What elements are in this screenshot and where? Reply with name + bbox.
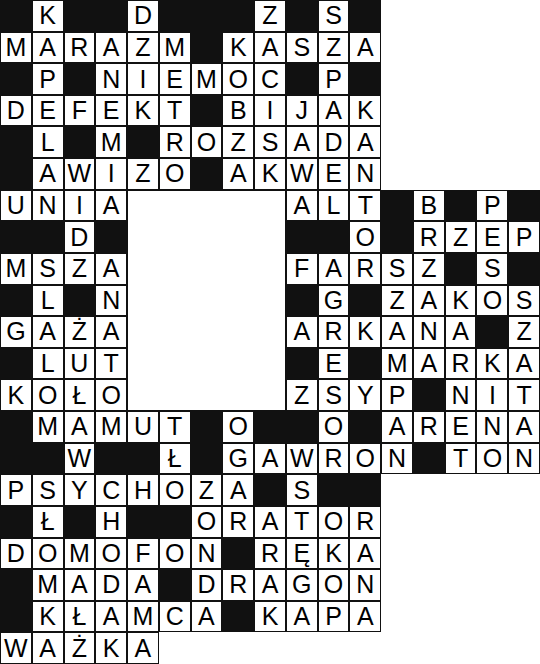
letter-cell-r15c16[interactable]: O xyxy=(476,443,508,475)
letter-cell-r18c3[interactable]: M xyxy=(64,538,96,570)
letter-cell-r7c4[interactable]: A xyxy=(95,190,127,222)
black-cell-r8c2 xyxy=(32,221,64,253)
black-cell-r14c1 xyxy=(0,411,32,443)
letter-cell-r10c17[interactable]: S xyxy=(508,285,540,317)
black-cell-r6c1 xyxy=(0,158,32,190)
crossword-board: KDZSMARAZMKASZAPNIEMOCPDEFEKTBIJAKLMROZS… xyxy=(0,0,540,664)
letter-cell-r3c5[interactable]: I xyxy=(127,63,159,95)
letter-cell-r9c14[interactable]: Z xyxy=(413,253,445,285)
black-cell-r7c17 xyxy=(508,190,540,222)
black-cell-r3c1 xyxy=(0,63,32,95)
black-cell-r3c10 xyxy=(286,63,318,95)
letter-cell-r2c1[interactable]: M xyxy=(0,32,32,64)
letter-cell-r4c2[interactable]: E xyxy=(32,95,64,127)
black-cell-r10c10 xyxy=(286,285,318,317)
letter-cell-r15c8[interactable]: G xyxy=(222,443,254,475)
letter-cell-r2c3[interactable]: R xyxy=(64,32,96,64)
letter-cell-r20c5[interactable]: M xyxy=(127,601,159,633)
letter-cell-r17c8[interactable]: R xyxy=(222,506,254,538)
letter-cell-r9c3[interactable]: Z xyxy=(64,253,96,285)
letter-cell-r13c4[interactable]: O xyxy=(95,379,127,411)
letter-cell-r4c11[interactable]: A xyxy=(318,95,350,127)
letter-cell-r7c11[interactable]: L xyxy=(318,190,350,222)
black-cell-r20c8 xyxy=(222,601,254,633)
letter-cell-r10c11[interactable]: G xyxy=(318,285,350,317)
black-cell-r9c17 xyxy=(508,253,540,285)
letter-cell-r1c2[interactable]: K xyxy=(32,0,64,32)
letter-cell-r5c11[interactable]: D xyxy=(318,126,350,158)
black-cell-r15c1 xyxy=(0,443,32,475)
letter-cell-r19c2[interactable]: M xyxy=(32,569,64,601)
letter-cell-r4c9[interactable]: I xyxy=(254,95,286,127)
letter-cell-r8c15[interactable]: Z xyxy=(445,221,477,253)
black-cell-r1c7 xyxy=(191,0,223,32)
black-cell-r3c3 xyxy=(64,63,96,95)
black-cell-r10c1 xyxy=(0,285,32,317)
black-cell-r17c1 xyxy=(0,506,32,538)
letter-cell-r12c14[interactable]: A xyxy=(413,348,445,380)
black-cell-r11c16 xyxy=(476,316,508,348)
letter-cell-r19c10[interactable]: G xyxy=(286,569,318,601)
letter-cell-r14c15[interactable]: E xyxy=(445,411,477,443)
letter-cell-r4c1[interactable]: D xyxy=(0,95,32,127)
letter-cell-r10c2[interactable]: L xyxy=(32,285,64,317)
letter-cell-r14c11[interactable]: O xyxy=(318,411,350,443)
letter-cell-r2c5[interactable]: Z xyxy=(127,32,159,64)
black-cell-r13c14 xyxy=(413,379,445,411)
letter-cell-r3c4[interactable]: N xyxy=(95,63,127,95)
letter-cell-r4c12[interactable]: K xyxy=(349,95,381,127)
letter-cell-r4c5[interactable]: K xyxy=(127,95,159,127)
letter-cell-r18c9[interactable]: R xyxy=(254,538,286,570)
letter-cell-r2c12[interactable]: A xyxy=(349,32,381,64)
letter-cell-r14c8[interactable]: O xyxy=(222,411,254,443)
black-cell-r15c4 xyxy=(95,443,127,475)
letter-cell-r14c2[interactable]: M xyxy=(32,411,64,443)
letter-cell-r7c1[interactable]: U xyxy=(0,190,32,222)
black-cell-r7c15 xyxy=(445,190,477,222)
letter-cell-r7c3[interactable]: I xyxy=(64,190,96,222)
black-cell-r1c1 xyxy=(0,0,32,32)
letter-cell-r8c14[interactable]: R xyxy=(413,221,445,253)
letter-cell-r19c12[interactable]: N xyxy=(349,569,381,601)
letter-cell-r16c3[interactable]: Y xyxy=(64,474,96,506)
black-cell-r12c12 xyxy=(349,348,381,380)
letter-cell-r13c17[interactable]: T xyxy=(508,379,540,411)
letter-cell-r5c9[interactable]: S xyxy=(254,126,286,158)
letter-cell-r15c3[interactable]: W xyxy=(64,443,96,475)
letter-cell-r17c12[interactable]: R xyxy=(349,506,381,538)
letter-cell-r14c14[interactable]: R xyxy=(413,411,445,443)
letter-cell-r11c15[interactable]: A xyxy=(445,316,477,348)
black-cell-r6c7 xyxy=(191,158,223,190)
black-cell-r15c2 xyxy=(32,443,64,475)
letter-cell-r12c16[interactable]: K xyxy=(476,348,508,380)
letter-cell-r18c11[interactable]: K xyxy=(318,538,350,570)
letter-cell-r1c9[interactable]: Z xyxy=(254,0,286,32)
letter-cell-r18c5[interactable]: F xyxy=(127,538,159,570)
letter-cell-r1c5[interactable]: D xyxy=(127,0,159,32)
letter-cell-r17c7[interactable]: O xyxy=(191,506,223,538)
letter-cell-r6c10[interactable]: W xyxy=(286,158,318,190)
letter-cell-r6c3[interactable]: W xyxy=(64,158,96,190)
black-cell-r12c10 xyxy=(286,348,318,380)
letter-cell-r11c12[interactable]: K xyxy=(349,316,381,348)
black-cell-r5c1 xyxy=(0,126,32,158)
letter-cell-r18c1[interactable]: D xyxy=(0,538,32,570)
black-cell-r1c10 xyxy=(286,0,318,32)
letter-cell-r9c10[interactable]: F xyxy=(286,253,318,285)
letter-cell-r6c5[interactable]: Z xyxy=(127,158,159,190)
letter-cell-r13c10[interactable]: Z xyxy=(286,379,318,411)
letter-cell-r19c4[interactable]: D xyxy=(95,569,127,601)
letter-cell-r5c10[interactable]: A xyxy=(286,126,318,158)
image-placeholder-hole xyxy=(127,190,286,411)
letter-cell-r18c12[interactable]: A xyxy=(349,538,381,570)
letter-cell-r4c3[interactable]: F xyxy=(64,95,96,127)
letter-cell-r11c1[interactable]: G xyxy=(0,316,32,348)
letter-cell-r16c2[interactable]: S xyxy=(32,474,64,506)
letter-cell-r8c17[interactable]: P xyxy=(508,221,540,253)
letter-cell-r19c9[interactable]: A xyxy=(254,569,286,601)
letter-cell-r11c11[interactable]: R xyxy=(318,316,350,348)
black-cell-r14c9 xyxy=(254,411,286,443)
letter-cell-r5c12[interactable]: A xyxy=(349,126,381,158)
letter-cell-r4c8[interactable]: B xyxy=(222,95,254,127)
letter-cell-r6c2[interactable]: A xyxy=(32,158,64,190)
letter-cell-r7c10[interactable]: A xyxy=(286,190,318,222)
black-cell-r15c14 xyxy=(413,443,445,475)
letter-cell-r11c10[interactable]: A xyxy=(286,316,318,348)
black-cell-r19c6 xyxy=(159,569,191,601)
black-cell-r1c6 xyxy=(159,0,191,32)
letter-cell-r5c8[interactable]: Z xyxy=(222,126,254,158)
letter-cell-r16c5[interactable]: H xyxy=(127,474,159,506)
letter-cell-r8c3[interactable]: D xyxy=(64,221,96,253)
letter-cell-r15c15[interactable]: T xyxy=(445,443,477,475)
letter-cell-r18c2[interactable]: O xyxy=(32,538,64,570)
letter-cell-r19c11[interactable]: O xyxy=(318,569,350,601)
letter-cell-r13c15[interactable]: N xyxy=(445,379,477,411)
letter-cell-r16c4[interactable]: C xyxy=(95,474,127,506)
letter-cell-r4c4[interactable]: E xyxy=(95,95,127,127)
black-cell-r4c7 xyxy=(191,95,223,127)
letter-cell-r3c9[interactable]: C xyxy=(254,63,286,95)
letter-cell-r2c4[interactable]: A xyxy=(95,32,127,64)
letter-cell-r19c8[interactable]: R xyxy=(222,569,254,601)
letter-cell-r3c2[interactable]: P xyxy=(32,63,64,95)
letter-cell-r9c12[interactable]: R xyxy=(349,253,381,285)
letter-cell-r16c6[interactable]: O xyxy=(159,474,191,506)
letter-cell-r11c14[interactable]: N xyxy=(413,316,445,348)
letter-cell-r20c10[interactable]: A xyxy=(286,601,318,633)
letter-cell-r13c3[interactable]: Ł xyxy=(64,379,96,411)
letter-cell-r5c4[interactable]: M xyxy=(95,126,127,158)
letter-cell-r5c7[interactable]: O xyxy=(191,126,223,158)
letter-cell-r6c11[interactable]: E xyxy=(318,158,350,190)
letter-cell-r6c6[interactable]: O xyxy=(159,158,191,190)
black-cell-r8c11 xyxy=(318,221,350,253)
letter-cell-r9c16[interactable]: S xyxy=(476,253,508,285)
letter-cell-r14c17[interactable]: A xyxy=(508,411,540,443)
letter-cell-r12c2[interactable]: L xyxy=(32,348,64,380)
letter-cell-r9c11[interactable]: A xyxy=(318,253,350,285)
letter-cell-r8c12[interactable]: O xyxy=(349,221,381,253)
letter-cell-r14c13[interactable]: A xyxy=(381,411,413,443)
letter-cell-r7c12[interactable]: T xyxy=(349,190,381,222)
black-cell-r8c13 xyxy=(381,221,413,253)
letter-cell-r10c15[interactable]: K xyxy=(445,285,477,317)
letter-cell-r1c11[interactable]: S xyxy=(318,0,350,32)
letter-cell-r20c11[interactable]: P xyxy=(318,601,350,633)
letter-cell-r13c1[interactable]: K xyxy=(0,379,32,411)
letter-cell-r15c9[interactable]: A xyxy=(254,443,286,475)
black-cell-r8c4 xyxy=(95,221,127,253)
letter-cell-r17c2[interactable]: Ł xyxy=(32,506,64,538)
letter-cell-r19c3[interactable]: A xyxy=(64,569,96,601)
black-cell-r17c5 xyxy=(127,506,159,538)
letter-cell-r7c14[interactable]: B xyxy=(413,190,445,222)
letter-cell-r18c4[interactable]: O xyxy=(95,538,127,570)
black-cell-r7c13 xyxy=(381,190,413,222)
letter-cell-r2c11[interactable]: Z xyxy=(318,32,350,64)
black-cell-r15c5 xyxy=(127,443,159,475)
letter-cell-r14c16[interactable]: N xyxy=(476,411,508,443)
letter-cell-r6c4[interactable]: I xyxy=(95,158,127,190)
letter-cell-r15c17[interactable]: N xyxy=(508,443,540,475)
black-cell-r9c15 xyxy=(445,253,477,285)
letter-cell-r21c1[interactable]: W xyxy=(0,632,32,664)
letter-cell-r18c7[interactable]: N xyxy=(191,538,223,570)
black-cell-r2c7 xyxy=(191,32,223,64)
letter-cell-r4c10[interactable]: J xyxy=(286,95,318,127)
letter-cell-r18c6[interactable]: O xyxy=(159,538,191,570)
letter-cell-r3c7[interactable]: M xyxy=(191,63,223,95)
letter-cell-r19c7[interactable]: D xyxy=(191,569,223,601)
letter-cell-r12c13[interactable]: M xyxy=(381,348,413,380)
letter-cell-r7c2[interactable]: N xyxy=(32,190,64,222)
letter-cell-r16c8[interactable]: A xyxy=(222,474,254,506)
letter-cell-r12c15[interactable]: R xyxy=(445,348,477,380)
letter-cell-r4c6[interactable]: T xyxy=(159,95,191,127)
letter-cell-r14c3[interactable]: A xyxy=(64,411,96,443)
letter-cell-r14c5[interactable]: U xyxy=(127,411,159,443)
black-cell-r14c7 xyxy=(191,411,223,443)
letter-cell-r9c2[interactable]: S xyxy=(32,253,64,285)
letter-cell-r7c16[interactable]: P xyxy=(476,190,508,222)
letter-cell-r9c4[interactable]: A xyxy=(95,253,127,285)
letter-cell-r11c2[interactable]: A xyxy=(32,316,64,348)
letter-cell-r13c16[interactable]: I xyxy=(476,379,508,411)
black-cell-r5c5 xyxy=(127,126,159,158)
letter-cell-r16c10[interactable]: S xyxy=(286,474,318,506)
letter-cell-r11c17[interactable]: Z xyxy=(508,316,540,348)
letter-cell-r16c7[interactable]: Z xyxy=(191,474,223,506)
black-cell-r17c3 xyxy=(64,506,96,538)
letter-cell-r15c10[interactable]: W xyxy=(286,443,318,475)
letter-cell-r2c2[interactable]: A xyxy=(32,32,64,64)
letter-cell-r17c4[interactable]: H xyxy=(95,506,127,538)
letter-cell-r9c13[interactable]: S xyxy=(381,253,413,285)
letter-cell-r21c4[interactable]: K xyxy=(95,632,127,664)
letter-cell-r3c11[interactable]: P xyxy=(318,63,350,95)
letter-cell-r12c17[interactable]: A xyxy=(508,348,540,380)
letter-cell-r3c8[interactable]: O xyxy=(222,63,254,95)
letter-cell-r15c6[interactable]: Ł xyxy=(159,443,191,475)
letter-cell-r11c13[interactable]: A xyxy=(381,316,413,348)
letter-cell-r19c5[interactable]: A xyxy=(127,569,159,601)
black-cell-r19c1 xyxy=(0,569,32,601)
black-cell-r15c7 xyxy=(191,443,223,475)
black-cell-r10c12 xyxy=(349,285,381,317)
black-cell-r1c3 xyxy=(64,0,96,32)
letter-cell-r8c16[interactable]: E xyxy=(476,221,508,253)
black-cell-r12c1 xyxy=(0,348,32,380)
black-cell-r16c9 xyxy=(254,474,286,506)
black-cell-r8c1 xyxy=(0,221,32,253)
letter-cell-r13c11[interactable]: S xyxy=(318,379,350,411)
letter-cell-r20c2[interactable]: K xyxy=(32,601,64,633)
letter-cell-r2c8[interactable]: K xyxy=(222,32,254,64)
letter-cell-r17c9[interactable]: A xyxy=(254,506,286,538)
letter-cell-r10c16[interactable]: O xyxy=(476,285,508,317)
letter-cell-r6c8[interactable]: A xyxy=(222,158,254,190)
letter-cell-r15c12[interactable]: O xyxy=(349,443,381,475)
letter-cell-r10c4[interactable]: N xyxy=(95,285,127,317)
letter-cell-r18c10[interactable]: Ę xyxy=(286,538,318,570)
letter-cell-r5c6[interactable]: R xyxy=(159,126,191,158)
letter-cell-r14c4[interactable]: M xyxy=(95,411,127,443)
black-cell-r10c3 xyxy=(64,285,96,317)
letter-cell-r17c11[interactable]: O xyxy=(318,506,350,538)
black-cell-r8c10 xyxy=(286,221,318,253)
letter-cell-r6c12[interactable]: N xyxy=(349,158,381,190)
letter-cell-r12c3[interactable]: U xyxy=(64,348,96,380)
letter-cell-r6c9[interactable]: K xyxy=(254,158,286,190)
letter-cell-r9c1[interactable]: M xyxy=(0,253,32,285)
black-cell-r1c4 xyxy=(95,0,127,32)
letter-cell-r12c4[interactable]: T xyxy=(95,348,127,380)
letter-cell-r20c9[interactable]: K xyxy=(254,601,286,633)
letter-cell-r12c11[interactable]: E xyxy=(318,348,350,380)
letter-cell-r10c13[interactable]: Z xyxy=(381,285,413,317)
letter-cell-r2c9[interactable]: A xyxy=(254,32,286,64)
black-cell-r5c3 xyxy=(64,126,96,158)
letter-cell-r20c4[interactable]: A xyxy=(95,601,127,633)
letter-cell-r13c13[interactable]: P xyxy=(381,379,413,411)
letter-cell-r2c10[interactable]: S xyxy=(286,32,318,64)
letter-cell-r20c6[interactable]: C xyxy=(159,601,191,633)
letter-cell-r21c3[interactable]: Ż xyxy=(64,632,96,664)
letter-cell-r2c6[interactable]: M xyxy=(159,32,191,64)
letter-cell-r3c6[interactable]: E xyxy=(159,63,191,95)
black-cell-r16c12 xyxy=(349,474,381,506)
black-cell-r18c8 xyxy=(222,538,254,570)
letter-cell-r17c10[interactable]: T xyxy=(286,506,318,538)
letter-cell-r13c12[interactable]: Y xyxy=(349,379,381,411)
letter-cell-r10c14[interactable]: A xyxy=(413,285,445,317)
letter-cell-r20c7[interactable]: A xyxy=(191,601,223,633)
black-cell-r14c12 xyxy=(349,411,381,443)
letter-cell-r15c13[interactable]: N xyxy=(381,443,413,475)
black-cell-r20c1 xyxy=(0,601,32,633)
letter-cell-r14c6[interactable]: T xyxy=(159,411,191,443)
letter-cell-r13c2[interactable]: O xyxy=(32,379,64,411)
black-cell-r3c12 xyxy=(349,63,381,95)
letter-cell-r5c2[interactable]: L xyxy=(32,126,64,158)
letter-cell-r20c12[interactable]: A xyxy=(349,601,381,633)
black-cell-r1c12 xyxy=(349,0,381,32)
letter-cell-r20c3[interactable]: Ł xyxy=(64,601,96,633)
letter-cell-r21c2[interactable]: A xyxy=(32,632,64,664)
black-cell-r17c6 xyxy=(159,506,191,538)
letter-cell-r16c1[interactable]: P xyxy=(0,474,32,506)
black-cell-r16c11 xyxy=(318,474,350,506)
letter-cell-r11c3[interactable]: Ż xyxy=(64,316,96,348)
black-cell-r14c10 xyxy=(286,411,318,443)
letter-cell-r21c5[interactable]: A xyxy=(127,632,159,664)
letter-cell-r15c11[interactable]: R xyxy=(318,443,350,475)
letter-cell-r11c4[interactable]: A xyxy=(95,316,127,348)
black-cell-r1c8 xyxy=(222,0,254,32)
